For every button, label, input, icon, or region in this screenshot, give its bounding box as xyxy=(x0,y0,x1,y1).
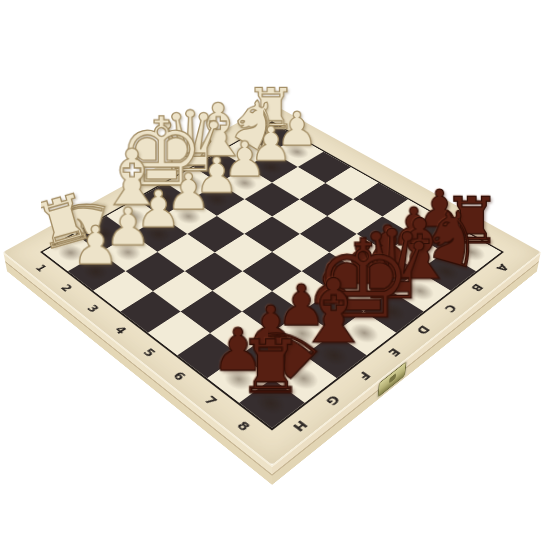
chess-set-photo: ♜♟♟♜♞♟♟♞♝♟♟♝♛♟♟♛♚♟♟♚♝♟♟♝♞♟♟♞♜♟♟♜ 1234567… xyxy=(0,0,560,548)
pawn-glyph: ♟ xyxy=(72,219,120,272)
rook-glyph: ♜ xyxy=(237,330,303,404)
chess-board: ♜♟♟♜♞♟♟♞♝♟♟♝♛♟♟♛♚♟♟♚♝♟♟♝♞♟♟♞♜♟♟♜ 1234567… xyxy=(3,104,540,465)
board-top: ♜♟♟♜♞♟♟♞♝♟♟♝♛♟♟♛♚♟♟♚♝♟♟♝♞♟♟♞♜♟♟♜ 1234567… xyxy=(3,104,540,465)
black-rook-h8[interactable]: ♜ xyxy=(237,330,303,404)
white-pawn-h2[interactable]: ♟ xyxy=(72,219,120,272)
scene: ♜♟♟♜♞♟♟♞♝♟♟♝♛♟♟♛♚♟♟♚♝♟♟♝♞♟♟♞♜♟♟♜ 1234567… xyxy=(0,0,560,548)
square-f3[interactable] xyxy=(157,234,214,271)
